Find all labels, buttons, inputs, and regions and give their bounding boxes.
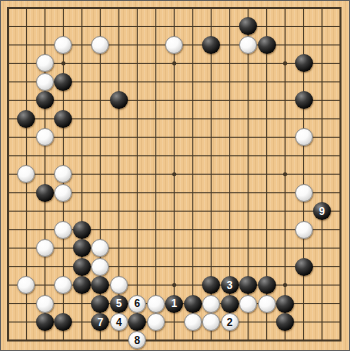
white-stone[interactable]: [54, 36, 72, 54]
white-stone[interactable]: [36, 73, 54, 91]
black-stone[interactable]: [91, 295, 109, 313]
board-point: [257, 276, 275, 294]
board-point: [110, 276, 128, 294]
board-point: [202, 294, 220, 312]
move-number-label: 4: [116, 317, 122, 328]
board-point: [54, 73, 72, 91]
board-point: [91, 276, 109, 294]
white-stone[interactable]: [54, 184, 72, 202]
board-point: [128, 313, 146, 331]
black-stone[interactable]: [184, 295, 202, 313]
go-board-diagram: 935617428: [0, 0, 350, 351]
black-stone[interactable]: [295, 258, 313, 276]
board-point: [257, 294, 275, 312]
move-number-label: 2: [227, 317, 233, 328]
board-point: [239, 17, 257, 35]
white-stone[interactable]: [91, 36, 109, 54]
board-point: 4: [110, 313, 128, 331]
black-stone-move-9[interactable]: 9: [313, 202, 331, 220]
board-point: [294, 257, 312, 275]
white-stone[interactable]: [54, 165, 72, 183]
board-point: [73, 276, 91, 294]
black-stone[interactable]: [73, 221, 91, 239]
board-point: [54, 110, 72, 128]
board-point: [91, 239, 109, 257]
white-stone[interactable]: [147, 295, 165, 313]
black-stone[interactable]: [54, 110, 72, 128]
white-stone-move-8[interactable]: 8: [128, 331, 146, 349]
board-surface[interactable]: 935617428: [0, 0, 350, 350]
board-point: [73, 220, 91, 238]
white-stone-move-4[interactable]: 4: [110, 313, 128, 331]
board-point: [202, 276, 220, 294]
black-stone[interactable]: [276, 295, 294, 313]
black-stone[interactable]: [91, 276, 109, 294]
board-point: [91, 257, 109, 275]
board-point: [202, 36, 220, 54]
board-point: [36, 73, 54, 91]
white-stone[interactable]: [17, 276, 35, 294]
board-point: [239, 294, 257, 312]
board-point: [239, 276, 257, 294]
white-stone[interactable]: [202, 313, 220, 331]
black-stone[interactable]: [73, 239, 91, 257]
black-stone[interactable]: [295, 54, 313, 72]
black-stone[interactable]: [239, 17, 257, 35]
white-stone[interactable]: [147, 313, 165, 331]
black-stone[interactable]: [295, 91, 313, 109]
black-stone[interactable]: [258, 276, 276, 294]
board-point: [276, 313, 294, 331]
board-point: [73, 239, 91, 257]
black-stone[interactable]: [36, 313, 54, 331]
board-point: [54, 220, 72, 238]
board-point: [257, 36, 275, 54]
board-point: 5: [110, 294, 128, 312]
board-point: [294, 183, 312, 201]
white-stone[interactable]: [17, 165, 35, 183]
move-number-label: 8: [134, 335, 140, 346]
white-stone[interactable]: [295, 184, 313, 202]
board-point: [91, 294, 109, 312]
white-stone[interactable]: [295, 128, 313, 146]
move-number-label: 3: [227, 280, 233, 291]
board-point: [54, 276, 72, 294]
white-stone[interactable]: [54, 221, 72, 239]
white-stone[interactable]: [36, 54, 54, 72]
move-number-label: 6: [134, 298, 140, 309]
board-point: [183, 313, 201, 331]
board-point: [294, 128, 312, 146]
black-stone[interactable]: [258, 36, 276, 54]
board-point: [17, 110, 35, 128]
move-number-label: 5: [116, 298, 122, 309]
white-stone[interactable]: [36, 128, 54, 146]
black-stone-move-7[interactable]: 7: [91, 313, 109, 331]
black-stone[interactable]: [110, 91, 128, 109]
white-stone-move-2[interactable]: 2: [221, 313, 239, 331]
white-stone[interactable]: [239, 295, 257, 313]
board-point: [36, 128, 54, 146]
board-point: [239, 36, 257, 54]
white-stone-move-6[interactable]: 6: [128, 295, 146, 313]
board-point: 6: [128, 294, 146, 312]
board-point: [54, 313, 72, 331]
board-point: [36, 54, 54, 72]
board-point: [36, 294, 54, 312]
board-point: [36, 91, 54, 109]
board-point: 9: [313, 202, 331, 220]
black-stone-move-1[interactable]: 1: [165, 295, 183, 313]
white-stone[interactable]: [54, 276, 72, 294]
board-point: [276, 294, 294, 312]
black-stone[interactable]: [202, 276, 220, 294]
white-stone[interactable]: [36, 295, 54, 313]
move-number-label: 9: [319, 206, 325, 217]
board-point: [183, 294, 201, 312]
black-stone[interactable]: [36, 91, 54, 109]
black-stone[interactable]: [128, 313, 146, 331]
board-point: 2: [220, 313, 238, 331]
black-stone-move-5[interactable]: 5: [110, 295, 128, 313]
white-stone[interactable]: [110, 276, 128, 294]
white-stone[interactable]: [202, 295, 220, 313]
board-point: [147, 313, 165, 331]
board-point: [54, 165, 72, 183]
board-point: [294, 91, 312, 109]
board-point: [54, 36, 72, 54]
white-stone[interactable]: [258, 295, 276, 313]
black-stone[interactable]: [202, 36, 220, 54]
black-stone[interactable]: [239, 276, 257, 294]
white-stone[interactable]: [295, 221, 313, 239]
white-stone[interactable]: [36, 239, 54, 257]
white-stone[interactable]: [184, 313, 202, 331]
board-point: [17, 165, 35, 183]
move-number-label: 7: [97, 317, 103, 328]
black-stone[interactable]: [73, 258, 91, 276]
board-point: [36, 183, 54, 201]
board-point: [147, 294, 165, 312]
white-stone[interactable]: [239, 36, 257, 54]
board-point: [294, 54, 312, 72]
black-stone[interactable]: [54, 73, 72, 91]
board-point: [54, 183, 72, 201]
black-stone[interactable]: [276, 313, 294, 331]
board-point: [294, 220, 312, 238]
move-number-label: 1: [171, 298, 177, 309]
black-stone[interactable]: [36, 184, 54, 202]
board-point: [36, 239, 54, 257]
board-point: 8: [128, 331, 146, 349]
board-point: 7: [91, 313, 109, 331]
board-point: [73, 257, 91, 275]
black-stone[interactable]: [221, 295, 239, 313]
board-point: 3: [220, 276, 238, 294]
white-stone[interactable]: [91, 239, 109, 257]
black-stone[interactable]: [73, 276, 91, 294]
black-stone[interactable]: [54, 313, 72, 331]
white-stone[interactable]: [165, 36, 183, 54]
board-point: 1: [165, 294, 183, 312]
board-point: [36, 313, 54, 331]
board-point: [110, 91, 128, 109]
board-point: [91, 36, 109, 54]
board-point: [220, 294, 238, 312]
black-stone-move-3[interactable]: 3: [221, 276, 239, 294]
black-stone[interactable]: [17, 110, 35, 128]
board-point: [202, 313, 220, 331]
board-point: [165, 36, 183, 54]
board-point: [17, 276, 35, 294]
white-stone[interactable]: [91, 258, 109, 276]
